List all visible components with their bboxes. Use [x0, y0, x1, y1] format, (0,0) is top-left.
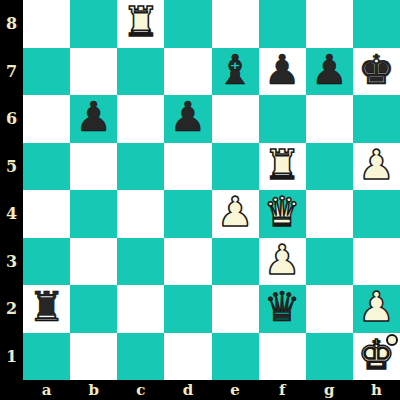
- rank-label-5: 5: [0, 143, 23, 191]
- file-labels: a b c d e f g h: [23, 380, 400, 400]
- square-e8[interactable]: [212, 0, 259, 48]
- piece-black-pawn-g7[interactable]: ♟: [311, 50, 348, 91]
- square-b7[interactable]: [70, 48, 117, 96]
- square-f8[interactable]: [259, 0, 306, 48]
- rank-label-4: 4: [0, 190, 23, 238]
- square-h4[interactable]: [353, 190, 400, 238]
- square-g4[interactable]: [306, 190, 353, 238]
- piece-white-rook-c8[interactable]: ♜: [122, 2, 159, 43]
- square-a6[interactable]: [23, 95, 70, 143]
- piece-black-pawn-f7[interactable]: ♟: [264, 50, 301, 91]
- square-h6[interactable]: [353, 95, 400, 143]
- square-e2[interactable]: [212, 285, 259, 333]
- square-g5[interactable]: [306, 143, 353, 191]
- square-f5[interactable]: ♜: [259, 143, 306, 191]
- rank-label-1: 1: [0, 333, 23, 381]
- piece-black-bishop-e7[interactable]: ♝: [217, 50, 254, 91]
- square-g7[interactable]: ♟: [306, 48, 353, 96]
- square-c1[interactable]: [117, 333, 164, 381]
- rank-label-8: 8: [0, 0, 23, 48]
- square-d6[interactable]: ♟: [164, 95, 211, 143]
- square-b3[interactable]: [70, 238, 117, 286]
- square-h1[interactable]: ♚: [353, 333, 400, 381]
- piece-white-queen-f4[interactable]: ♛: [264, 192, 301, 233]
- square-b6[interactable]: ♟: [70, 95, 117, 143]
- square-c2[interactable]: [117, 285, 164, 333]
- rank-label-7: 7: [0, 48, 23, 96]
- square-c3[interactable]: [117, 238, 164, 286]
- square-d8[interactable]: [164, 0, 211, 48]
- file-label-a: a: [23, 380, 70, 400]
- file-label-g: g: [306, 380, 353, 400]
- white-to-move-indicator: [386, 334, 398, 346]
- square-d7[interactable]: [164, 48, 211, 96]
- square-e1[interactable]: [212, 333, 259, 381]
- square-h5[interactable]: ♟: [353, 143, 400, 191]
- file-label-b: b: [70, 380, 117, 400]
- piece-black-king-h7[interactable]: ♚: [358, 50, 395, 91]
- piece-black-pawn-b6[interactable]: ♟: [75, 97, 112, 138]
- square-e6[interactable]: [212, 95, 259, 143]
- square-d5[interactable]: [164, 143, 211, 191]
- square-g3[interactable]: [306, 238, 353, 286]
- square-e3[interactable]: [212, 238, 259, 286]
- square-e5[interactable]: [212, 143, 259, 191]
- piece-white-pawn-f3[interactable]: ♟: [264, 240, 301, 281]
- square-a4[interactable]: [23, 190, 70, 238]
- square-a7[interactable]: [23, 48, 70, 96]
- square-b8[interactable]: [70, 0, 117, 48]
- piece-white-pawn-h5[interactable]: ♟: [358, 145, 395, 186]
- square-d4[interactable]: [164, 190, 211, 238]
- file-label-c: c: [117, 380, 164, 400]
- board: ♜♝♟♟♚♟♟♜♟♟♛♟♜♛♟♚: [23, 0, 400, 380]
- square-c6[interactable]: [117, 95, 164, 143]
- square-h7[interactable]: ♚: [353, 48, 400, 96]
- square-f1[interactable]: [259, 333, 306, 381]
- file-label-e: e: [212, 380, 259, 400]
- square-e7[interactable]: ♝: [212, 48, 259, 96]
- rank-label-6: 6: [0, 95, 23, 143]
- square-h8[interactable]: [353, 0, 400, 48]
- square-g1[interactable]: [306, 333, 353, 381]
- square-c5[interactable]: [117, 143, 164, 191]
- piece-black-rook-a2[interactable]: ♜: [28, 287, 65, 328]
- square-d3[interactable]: [164, 238, 211, 286]
- square-c4[interactable]: [117, 190, 164, 238]
- square-a8[interactable]: [23, 0, 70, 48]
- square-f4[interactable]: ♛: [259, 190, 306, 238]
- square-d1[interactable]: [164, 333, 211, 381]
- square-g8[interactable]: [306, 0, 353, 48]
- square-b4[interactable]: [70, 190, 117, 238]
- square-f6[interactable]: [259, 95, 306, 143]
- square-g2[interactable]: [306, 285, 353, 333]
- square-a2[interactable]: ♜: [23, 285, 70, 333]
- file-label-h: h: [353, 380, 400, 400]
- square-b5[interactable]: [70, 143, 117, 191]
- piece-white-pawn-h2[interactable]: ♟: [358, 287, 395, 328]
- square-h3[interactable]: [353, 238, 400, 286]
- chess-board-frame: ♜♝♟♟♚♟♟♜♟♟♛♟♜♛♟♚ 8 7 6 5 4 3 2 1 a b c d…: [0, 0, 400, 400]
- square-g6[interactable]: [306, 95, 353, 143]
- rank-label-3: 3: [0, 238, 23, 286]
- piece-white-pawn-e4[interactable]: ♟: [217, 192, 254, 233]
- square-a5[interactable]: [23, 143, 70, 191]
- piece-black-pawn-d6[interactable]: ♟: [170, 97, 207, 138]
- square-b2[interactable]: [70, 285, 117, 333]
- square-h2[interactable]: ♟: [353, 285, 400, 333]
- rank-label-2: 2: [0, 285, 23, 333]
- rank-labels: 8 7 6 5 4 3 2 1: [0, 0, 23, 380]
- square-b1[interactable]: [70, 333, 117, 381]
- square-f7[interactable]: ♟: [259, 48, 306, 96]
- square-f2[interactable]: ♛: [259, 285, 306, 333]
- square-d2[interactable]: [164, 285, 211, 333]
- piece-white-rook-f5[interactable]: ♜: [264, 145, 301, 186]
- square-a1[interactable]: [23, 333, 70, 381]
- file-label-d: d: [164, 380, 211, 400]
- square-f3[interactable]: ♟: [259, 238, 306, 286]
- square-a3[interactable]: [23, 238, 70, 286]
- square-c7[interactable]: [117, 48, 164, 96]
- file-label-f: f: [259, 380, 306, 400]
- square-c8[interactable]: ♜: [117, 0, 164, 48]
- piece-black-queen-f2[interactable]: ♛: [264, 287, 301, 328]
- square-e4[interactable]: ♟: [212, 190, 259, 238]
